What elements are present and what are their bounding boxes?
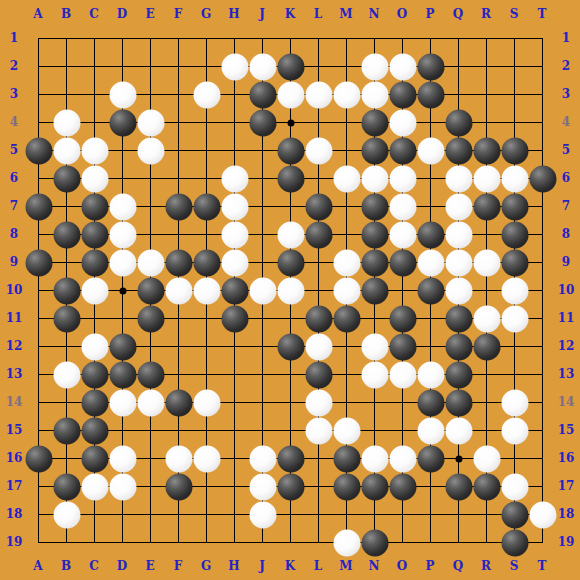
white-stone-S10[interactable] (501, 277, 528, 304)
black-stone-S5[interactable] (501, 137, 528, 164)
row-label-left-1: 1 (10, 31, 18, 45)
black-stone-B10[interactable] (53, 277, 80, 304)
white-stone-H7[interactable] (221, 193, 248, 220)
white-stone-E9[interactable] (137, 249, 164, 276)
white-stone-L14[interactable] (305, 389, 332, 416)
white-stone-H6[interactable] (221, 165, 248, 192)
column-label-bottom-E: E (145, 559, 154, 573)
black-stone-P8[interactable] (417, 221, 444, 248)
white-stone-O13[interactable] (389, 361, 416, 388)
row-label-left-17: 17 (6, 479, 23, 493)
black-stone-A9[interactable] (25, 249, 52, 276)
white-stone-H8[interactable] (221, 221, 248, 248)
white-stone-M3[interactable] (333, 81, 360, 108)
black-stone-Q13[interactable] (445, 361, 472, 388)
column-label-top-G: G (201, 7, 211, 21)
column-label-top-J: J (259, 7, 265, 21)
board-grid[interactable] (38, 38, 543, 543)
white-stone-D7[interactable] (109, 193, 136, 220)
row-label-right-9: 9 (562, 255, 570, 269)
column-label-top-O: O (397, 7, 407, 21)
white-stone-Q15[interactable] (445, 417, 472, 444)
column-label-top-K: K (285, 7, 295, 21)
white-stone-N3[interactable] (361, 81, 388, 108)
black-stone-O17[interactable] (389, 473, 416, 500)
white-stone-M6[interactable] (333, 165, 360, 192)
column-label-top-R: R (481, 7, 491, 21)
white-stone-P15[interactable] (417, 417, 444, 444)
white-stone-P13[interactable] (417, 361, 444, 388)
white-stone-R16[interactable] (473, 445, 500, 472)
black-stone-S19[interactable] (501, 529, 528, 556)
black-stone-N4[interactable] (361, 109, 388, 136)
black-stone-L7[interactable] (305, 193, 332, 220)
black-stone-F17[interactable] (165, 473, 192, 500)
row-label-left-19: 19 (6, 535, 23, 549)
white-stone-J10[interactable] (249, 277, 276, 304)
white-stone-L15[interactable] (305, 417, 332, 444)
white-stone-G10[interactable] (193, 277, 220, 304)
black-stone-C14[interactable] (81, 389, 108, 416)
black-stone-J3[interactable] (249, 81, 276, 108)
black-stone-E11[interactable] (137, 305, 164, 332)
white-stone-O4[interactable] (389, 109, 416, 136)
row-label-left-14: 14 (6, 395, 23, 409)
row-label-right-7: 7 (562, 199, 570, 213)
black-stone-E10[interactable] (137, 277, 164, 304)
black-stone-S9[interactable] (501, 249, 528, 276)
column-label-top-P: P (425, 7, 434, 21)
white-stone-Q8[interactable] (445, 221, 472, 248)
white-stone-K10[interactable] (277, 277, 304, 304)
white-stone-N13[interactable] (361, 361, 388, 388)
black-stone-B6[interactable] (53, 165, 80, 192)
column-label-bottom-L: L (314, 559, 322, 573)
white-stone-P9[interactable] (417, 249, 444, 276)
column-label-top-M: M (339, 7, 352, 21)
white-stone-K3[interactable] (277, 81, 304, 108)
column-label-top-S: S (510, 7, 519, 21)
black-stone-K16[interactable] (277, 445, 304, 472)
column-label-bottom-D: D (117, 559, 127, 573)
column-label-bottom-C: C (89, 559, 99, 573)
white-stone-S17[interactable] (501, 473, 528, 500)
row-label-right-19: 19 (558, 535, 575, 549)
column-label-top-N: N (369, 7, 380, 21)
black-stone-N10[interactable] (361, 277, 388, 304)
black-stone-L13[interactable] (305, 361, 332, 388)
row-label-left-8: 8 (10, 227, 18, 241)
column-label-top-E: E (145, 7, 154, 21)
black-stone-N5[interactable] (361, 137, 388, 164)
black-stone-O5[interactable] (389, 137, 416, 164)
white-stone-C12[interactable] (81, 333, 108, 360)
black-stone-A16[interactable] (25, 445, 52, 472)
row-label-left-5: 5 (10, 143, 18, 157)
black-stone-P10[interactable] (417, 277, 444, 304)
row-label-right-14: 14 (558, 395, 575, 409)
white-stone-M15[interactable] (333, 417, 360, 444)
black-stone-O9[interactable] (389, 249, 416, 276)
black-stone-S7[interactable] (501, 193, 528, 220)
black-stone-B17[interactable] (53, 473, 80, 500)
white-stone-S15[interactable] (501, 417, 528, 444)
black-stone-B11[interactable] (53, 305, 80, 332)
column-label-top-H: H (228, 7, 239, 21)
column-label-bottom-G: G (201, 559, 211, 573)
black-stone-N7[interactable] (361, 193, 388, 220)
black-stone-F9[interactable] (165, 249, 192, 276)
white-stone-G3[interactable] (193, 81, 220, 108)
black-stone-Q14[interactable] (445, 389, 472, 416)
black-stone-S8[interactable] (501, 221, 528, 248)
black-stone-N9[interactable] (361, 249, 388, 276)
column-label-bottom-H: H (228, 559, 239, 573)
black-stone-K9[interactable] (277, 249, 304, 276)
black-stone-H11[interactable] (221, 305, 248, 332)
white-stone-D17[interactable] (109, 473, 136, 500)
row-label-left-2: 2 (10, 59, 18, 73)
black-stone-P16[interactable] (417, 445, 444, 472)
white-stone-Q9[interactable] (445, 249, 472, 276)
black-stone-G7[interactable] (193, 193, 220, 220)
white-stone-Q6[interactable] (445, 165, 472, 192)
white-stone-F16[interactable] (165, 445, 192, 472)
black-stone-Q4[interactable] (445, 109, 472, 136)
row-label-right-12: 12 (558, 339, 575, 353)
white-stone-Q7[interactable] (445, 193, 472, 220)
black-stone-C15[interactable] (81, 417, 108, 444)
white-stone-B5[interactable] (53, 137, 80, 164)
white-stone-S14[interactable] (501, 389, 528, 416)
white-stone-G16[interactable] (193, 445, 220, 472)
white-stone-H9[interactable] (221, 249, 248, 276)
black-stone-N19[interactable] (361, 529, 388, 556)
column-label-bottom-F: F (174, 559, 183, 573)
black-stone-R12[interactable] (473, 333, 500, 360)
black-stone-G9[interactable] (193, 249, 220, 276)
black-stone-P3[interactable] (417, 81, 444, 108)
row-label-right-5: 5 (562, 143, 570, 157)
white-stone-G14[interactable] (193, 389, 220, 416)
white-stone-O6[interactable] (389, 165, 416, 192)
black-stone-J4[interactable] (249, 109, 276, 136)
white-stone-O2[interactable] (389, 53, 416, 80)
row-label-right-11: 11 (558, 311, 575, 325)
white-stone-D16[interactable] (109, 445, 136, 472)
black-stone-D12[interactable] (109, 333, 136, 360)
white-stone-S11[interactable] (501, 305, 528, 332)
white-stone-F10[interactable] (165, 277, 192, 304)
black-stone-P14[interactable] (417, 389, 444, 416)
black-stone-Q17[interactable] (445, 473, 472, 500)
black-stone-K6[interactable] (277, 165, 304, 192)
row-label-left-3: 3 (10, 87, 18, 101)
column-label-bottom-A: A (33, 559, 42, 573)
row-label-left-13: 13 (6, 367, 23, 381)
column-label-bottom-T: T (538, 559, 547, 573)
white-stone-O8[interactable] (389, 221, 416, 248)
star-point-D10 (119, 287, 126, 294)
white-stone-C17[interactable] (81, 473, 108, 500)
white-stone-E5[interactable] (137, 137, 164, 164)
column-label-top-A: A (33, 7, 42, 21)
white-stone-H2[interactable] (221, 53, 248, 80)
column-label-bottom-M: M (339, 559, 352, 573)
black-stone-T6[interactable] (529, 165, 556, 192)
star-point-K4 (287, 119, 294, 126)
black-stone-N8[interactable] (361, 221, 388, 248)
row-label-left-11: 11 (6, 311, 23, 325)
white-stone-L3[interactable] (305, 81, 332, 108)
black-stone-A7[interactable] (25, 193, 52, 220)
black-stone-D13[interactable] (109, 361, 136, 388)
black-stone-Q12[interactable] (445, 333, 472, 360)
column-label-top-D: D (117, 7, 127, 21)
black-stone-C16[interactable] (81, 445, 108, 472)
white-stone-E14[interactable] (137, 389, 164, 416)
white-stone-J18[interactable] (249, 501, 276, 528)
black-stone-Q5[interactable] (445, 137, 472, 164)
white-stone-D8[interactable] (109, 221, 136, 248)
white-stone-Q10[interactable] (445, 277, 472, 304)
column-label-bottom-B: B (61, 559, 71, 573)
white-stone-D14[interactable] (109, 389, 136, 416)
row-label-left-9: 9 (10, 255, 18, 269)
column-label-bottom-R: R (481, 559, 491, 573)
black-stone-F7[interactable] (165, 193, 192, 220)
column-label-bottom-J: J (259, 559, 265, 573)
black-stone-C8[interactable] (81, 221, 108, 248)
row-label-left-6: 6 (10, 171, 18, 185)
black-stone-Q11[interactable] (445, 305, 472, 332)
black-stone-O3[interactable] (389, 81, 416, 108)
white-stone-E4[interactable] (137, 109, 164, 136)
black-stone-O12[interactable] (389, 333, 416, 360)
white-stone-B4[interactable] (53, 109, 80, 136)
white-stone-N12[interactable] (361, 333, 388, 360)
row-label-right-10: 10 (558, 283, 575, 297)
black-stone-S18[interactable] (501, 501, 528, 528)
black-stone-M11[interactable] (333, 305, 360, 332)
row-label-right-16: 16 (558, 451, 575, 465)
row-label-right-18: 18 (558, 507, 575, 521)
row-label-left-16: 16 (6, 451, 23, 465)
black-stone-K17[interactable] (277, 473, 304, 500)
white-stone-D3[interactable] (109, 81, 136, 108)
row-label-right-17: 17 (558, 479, 575, 493)
white-stone-P5[interactable] (417, 137, 444, 164)
white-stone-C10[interactable] (81, 277, 108, 304)
white-stone-J16[interactable] (249, 445, 276, 472)
row-label-right-6: 6 (562, 171, 570, 185)
black-stone-M16[interactable] (333, 445, 360, 472)
row-label-left-12: 12 (6, 339, 23, 353)
white-stone-M9[interactable] (333, 249, 360, 276)
white-stone-L12[interactable] (305, 333, 332, 360)
white-stone-C6[interactable] (81, 165, 108, 192)
row-label-right-8: 8 (562, 227, 570, 241)
column-label-top-Q: Q (453, 7, 463, 21)
black-stone-P2[interactable] (417, 53, 444, 80)
black-stone-C13[interactable] (81, 361, 108, 388)
white-stone-N16[interactable] (361, 445, 388, 472)
white-stone-T18[interactable] (529, 501, 556, 528)
black-stone-L11[interactable] (305, 305, 332, 332)
column-label-bottom-O: O (397, 559, 407, 573)
black-stone-L8[interactable] (305, 221, 332, 248)
white-stone-R6[interactable] (473, 165, 500, 192)
column-label-bottom-N: N (369, 559, 380, 573)
column-label-bottom-Q: Q (453, 559, 463, 573)
black-stone-N17[interactable] (361, 473, 388, 500)
row-label-left-10: 10 (6, 283, 23, 297)
white-stone-S6[interactable] (501, 165, 528, 192)
white-stone-O7[interactable] (389, 193, 416, 220)
column-label-top-F: F (174, 7, 183, 21)
white-stone-K8[interactable] (277, 221, 304, 248)
white-stone-B13[interactable] (53, 361, 80, 388)
star-point-Q16 (455, 455, 462, 462)
row-label-left-7: 7 (10, 199, 18, 213)
row-label-right-13: 13 (558, 367, 575, 381)
black-stone-B8[interactable] (53, 221, 80, 248)
column-label-bottom-P: P (425, 559, 434, 573)
white-stone-R11[interactable] (473, 305, 500, 332)
black-stone-H10[interactable] (221, 277, 248, 304)
row-label-right-3: 3 (562, 87, 570, 101)
white-stone-M19[interactable] (333, 529, 360, 556)
black-stone-C7[interactable] (81, 193, 108, 220)
column-label-top-C: C (89, 7, 99, 21)
row-label-left-15: 15 (6, 423, 23, 437)
black-stone-O11[interactable] (389, 305, 416, 332)
column-label-top-L: L (314, 7, 322, 21)
white-stone-N2[interactable] (361, 53, 388, 80)
column-label-bottom-K: K (285, 559, 295, 573)
row-label-right-15: 15 (558, 423, 575, 437)
white-stone-L5[interactable] (305, 137, 332, 164)
white-stone-M10[interactable] (333, 277, 360, 304)
black-stone-K2[interactable] (277, 53, 304, 80)
black-stone-D4[interactable] (109, 109, 136, 136)
column-label-bottom-S: S (510, 559, 519, 573)
black-stone-R7[interactable] (473, 193, 500, 220)
white-stone-D9[interactable] (109, 249, 136, 276)
white-stone-J2[interactable] (249, 53, 276, 80)
black-stone-F14[interactable] (165, 389, 192, 416)
row-label-right-1: 1 (562, 31, 570, 45)
black-stone-K12[interactable] (277, 333, 304, 360)
black-stone-R17[interactable] (473, 473, 500, 500)
black-stone-A5[interactable] (25, 137, 52, 164)
column-label-top-B: B (61, 7, 71, 21)
white-stone-N6[interactable] (361, 165, 388, 192)
black-stone-C9[interactable] (81, 249, 108, 276)
column-label-top-T: T (538, 7, 547, 21)
white-stone-O16[interactable] (389, 445, 416, 472)
black-stone-E13[interactable] (137, 361, 164, 388)
row-label-right-4: 4 (562, 115, 570, 129)
black-stone-K5[interactable] (277, 137, 304, 164)
row-label-right-2: 2 (562, 59, 570, 73)
black-stone-M17[interactable] (333, 473, 360, 500)
white-stone-B18[interactable] (53, 501, 80, 528)
black-stone-R5[interactable] (473, 137, 500, 164)
white-stone-R9[interactable] (473, 249, 500, 276)
go-board: AABBCCDDEEFFGGHHJJKKLLMMNNOOPPQQRRSSTT11… (0, 0, 580, 580)
black-stone-B15[interactable] (53, 417, 80, 444)
row-label-left-4: 4 (10, 115, 18, 129)
white-stone-J17[interactable] (249, 473, 276, 500)
row-label-left-18: 18 (6, 507, 23, 521)
white-stone-C5[interactable] (81, 137, 108, 164)
